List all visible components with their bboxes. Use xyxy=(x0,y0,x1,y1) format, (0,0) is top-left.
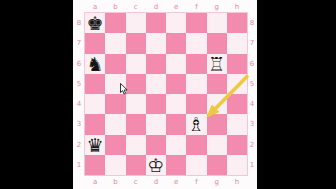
square-g2[interactable] xyxy=(207,135,227,155)
square-b6[interactable] xyxy=(105,54,125,74)
square-f6[interactable] xyxy=(186,54,206,74)
rank-label-right-6: 6 xyxy=(247,54,257,74)
square-a2[interactable]: ♛ xyxy=(85,135,105,155)
rank-label-left-8: 8 xyxy=(73,13,85,33)
square-d7[interactable] xyxy=(146,33,166,53)
rank-label-right-7: 7 xyxy=(247,33,257,53)
piece-black-king[interactable]: ♚ xyxy=(87,13,104,33)
square-d4[interactable] xyxy=(146,94,166,114)
file-label-bottom-f: f xyxy=(186,175,206,189)
file-label-top-c: c xyxy=(126,0,146,13)
square-d5[interactable] xyxy=(146,74,166,94)
file-label-bottom-c: c xyxy=(126,175,146,189)
square-h2[interactable] xyxy=(227,135,247,155)
piece-black-knight[interactable]: ♞ xyxy=(87,54,104,74)
file-label-bottom-e: e xyxy=(166,175,186,189)
piece-white-bishop[interactable]: ♗ xyxy=(188,114,205,134)
file-label-bottom-g: g xyxy=(207,175,227,189)
rank-label-left-1: 1 xyxy=(73,155,85,175)
square-b4[interactable] xyxy=(105,94,125,114)
file-label-top-g: g xyxy=(207,0,227,13)
rank-label-left-3: 3 xyxy=(73,114,85,134)
square-e4[interactable] xyxy=(166,94,186,114)
square-h7[interactable] xyxy=(227,33,247,53)
square-a4[interactable] xyxy=(85,94,105,114)
piece-white-king[interactable]: ♔ xyxy=(147,155,164,175)
square-f7[interactable] xyxy=(186,33,206,53)
piece-white-rook[interactable]: ♖ xyxy=(208,54,225,74)
square-e3[interactable] xyxy=(166,114,186,134)
rank-label-right-4: 4 xyxy=(247,94,257,114)
square-g1[interactable] xyxy=(207,155,227,175)
rank-label-right-1: 1 xyxy=(247,155,257,175)
file-label-bottom-h: h xyxy=(227,175,247,189)
square-c8[interactable] xyxy=(126,13,146,33)
square-e5[interactable] xyxy=(166,74,186,94)
file-label-top-f: f xyxy=(186,0,206,13)
file-label-bottom-d: d xyxy=(146,175,166,189)
square-a5[interactable] xyxy=(85,74,105,94)
square-d1[interactable]: ♔ xyxy=(146,155,166,175)
square-a3[interactable] xyxy=(85,114,105,134)
rank-label-left-7: 7 xyxy=(73,33,85,53)
rank-label-left-2: 2 xyxy=(73,135,85,155)
file-labels-bottom: abcdefgh xyxy=(85,175,247,189)
square-e1[interactable] xyxy=(166,155,186,175)
square-f1[interactable] xyxy=(186,155,206,175)
rank-label-right-2: 2 xyxy=(247,135,257,155)
square-c2[interactable] xyxy=(126,135,146,155)
square-d2[interactable] xyxy=(146,135,166,155)
square-c6[interactable] xyxy=(126,54,146,74)
square-e6[interactable] xyxy=(166,54,186,74)
square-g3[interactable] xyxy=(207,114,227,134)
rank-label-left-4: 4 xyxy=(73,94,85,114)
square-h3[interactable] xyxy=(227,114,247,134)
square-g5[interactable] xyxy=(207,74,227,94)
square-d3[interactable] xyxy=(146,114,166,134)
square-e8[interactable] xyxy=(166,13,186,33)
square-f5[interactable] xyxy=(186,74,206,94)
square-d6[interactable] xyxy=(146,54,166,74)
square-d8[interactable] xyxy=(146,13,166,33)
square-b1[interactable] xyxy=(105,155,125,175)
rank-label-right-3: 3 xyxy=(247,114,257,134)
chess-board[interactable]: ♚♞♖♗♛♔ xyxy=(85,13,247,175)
file-label-top-d: d xyxy=(146,0,166,13)
rank-label-right-5: 5 xyxy=(247,74,257,94)
square-h1[interactable] xyxy=(227,155,247,175)
square-c3[interactable] xyxy=(126,114,146,134)
square-c1[interactable] xyxy=(126,155,146,175)
file-label-bottom-b: b xyxy=(105,175,125,189)
square-f4[interactable] xyxy=(186,94,206,114)
rank-label-right-8: 8 xyxy=(247,13,257,33)
square-b2[interactable] xyxy=(105,135,125,155)
piece-black-queen[interactable]: ♛ xyxy=(87,135,104,155)
square-c4[interactable] xyxy=(126,94,146,114)
square-b8[interactable] xyxy=(105,13,125,33)
square-a7[interactable] xyxy=(85,33,105,53)
square-h6[interactable] xyxy=(227,54,247,74)
square-a8[interactable]: ♚ xyxy=(85,13,105,33)
square-g7[interactable] xyxy=(207,33,227,53)
square-f3[interactable]: ♗ xyxy=(186,114,206,134)
square-g6[interactable]: ♖ xyxy=(207,54,227,74)
file-label-top-e: e xyxy=(166,0,186,13)
square-h5[interactable] xyxy=(227,74,247,94)
rank-label-left-5: 5 xyxy=(73,74,85,94)
file-labels-top: abcdefgh xyxy=(85,0,247,13)
square-c7[interactable] xyxy=(126,33,146,53)
chess-app-panel: abcdefgh 87654321 87654321 abcdefgh ♚♞♖♗… xyxy=(73,0,257,189)
square-h4[interactable] xyxy=(227,94,247,114)
square-g8[interactable] xyxy=(207,13,227,33)
square-g4[interactable] xyxy=(207,94,227,114)
file-label-top-h: h xyxy=(227,0,247,13)
square-e2[interactable] xyxy=(166,135,186,155)
square-f2[interactable] xyxy=(186,135,206,155)
square-e7[interactable] xyxy=(166,33,186,53)
mouse-cursor-icon xyxy=(120,83,129,95)
square-a1[interactable] xyxy=(85,155,105,175)
square-b3[interactable] xyxy=(105,114,125,134)
screenshot-stage: abcdefgh 87654321 87654321 abcdefgh ♚♞♖♗… xyxy=(0,0,336,189)
file-label-top-a: a xyxy=(85,0,105,13)
rank-label-left-6: 6 xyxy=(73,54,85,74)
file-label-top-b: b xyxy=(105,0,125,13)
rank-labels-left: 87654321 xyxy=(73,13,85,175)
square-b7[interactable] xyxy=(105,33,125,53)
file-label-bottom-a: a xyxy=(85,175,105,189)
square-a6[interactable]: ♞ xyxy=(85,54,105,74)
square-f8[interactable] xyxy=(186,13,206,33)
square-h8[interactable] xyxy=(227,13,247,33)
rank-labels-right: 87654321 xyxy=(247,13,257,175)
